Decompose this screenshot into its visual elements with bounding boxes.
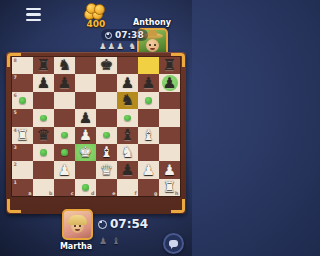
legal-move-dot[interactable] [19,97,26,104]
file-label: d [91,191,94,196]
blonde-hair [68,215,87,225]
square-a7[interactable]: 7 [12,74,33,91]
rank-label: 3 [14,145,17,150]
square-h5[interactable] [159,109,180,126]
black-piece-h8[interactable]: ♜ [159,57,180,74]
player-captured-pieces: ♟ ♝ [99,236,121,246]
legal-move-dot[interactable] [145,97,152,104]
legal-move-dot[interactable] [40,115,47,122]
square-c3[interactable] [54,144,75,161]
black-piece-f7[interactable]: ♟ [117,74,138,91]
player-avatar[interactable] [62,209,93,240]
white-piece-g4[interactable]: ♝ [138,127,159,144]
square-a3[interactable]: 3 [12,144,33,161]
file-label: a [28,191,31,196]
chess-board: 8♜♞♚♜7♟♟♟♟♟6♞5♟4♜♛♟♝♝3♚♝♞2♟♛♟♟♟1abcdefgh… [12,57,180,196]
square-f5[interactable] [117,109,138,126]
square-a4[interactable]: 4♜ [12,127,33,144]
square-g6[interactable] [138,92,159,109]
file-label: b [49,191,52,196]
rank-label: 7 [14,75,17,80]
square-f2[interactable]: ♟ [117,161,138,178]
white-piece-f3[interactable]: ♞ [117,144,138,161]
square-d7[interactable] [75,74,96,91]
white-piece-d4[interactable]: ♟ [75,127,96,144]
player-time-value: 07:54 [110,217,148,231]
square-h1[interactable]: h♜ [159,179,180,196]
opponent-time-value: 07:38 [115,30,144,40]
square-c1[interactable]: c [54,179,75,196]
file-label: e [112,191,115,196]
coins-icon[interactable] [83,3,109,20]
file-label: g [154,191,157,196]
coins-amount: 400 [74,19,118,29]
player-name: Martha [52,242,100,251]
square-g8[interactable] [138,57,159,74]
opponent-captured-pieces: ♟♟♟ ♞ [99,41,137,51]
square-h2[interactable]: ♟ [159,161,180,178]
square-b1[interactable]: b [33,179,54,196]
square-d8[interactable] [75,57,96,74]
square-h3[interactable] [159,144,180,161]
square-f4[interactable]: ♝ [117,127,138,144]
square-c5[interactable] [54,109,75,126]
white-piece-h1[interactable]: ♜ [159,179,180,196]
square-e8[interactable]: ♚ [96,57,117,74]
square-g5[interactable] [138,109,159,126]
square-f1[interactable]: f [117,179,138,196]
rank-label: 6 [14,93,17,98]
black-piece-f6[interactable]: ♞ [117,92,138,109]
chat-button[interactable] [163,233,184,254]
white-piece-d3[interactable]: ♚ [75,144,96,161]
square-e3[interactable]: ♝ [96,144,117,161]
square-e4[interactable] [96,127,117,144]
square-d1[interactable]: d [75,179,96,196]
chat-bubble-icon [169,240,178,247]
menu-icon[interactable] [26,8,41,21]
square-h6[interactable] [159,92,180,109]
avatar-face [146,39,159,52]
black-piece-e8[interactable]: ♚ [96,57,117,74]
square-g4[interactable]: ♝ [138,127,159,144]
square-e1[interactable]: e [96,179,117,196]
square-g3[interactable] [138,144,159,161]
square-d6[interactable] [75,92,96,109]
square-g7[interactable]: ♟ [138,74,159,91]
white-piece-e2[interactable]: ♛ [96,161,117,178]
square-h4[interactable] [159,127,180,144]
black-piece-f2[interactable]: ♟ [117,161,138,178]
legal-move-dot[interactable] [124,115,131,122]
black-piece-b7[interactable]: ♟ [33,74,54,91]
legal-move-dot[interactable] [82,184,89,191]
white-piece-e3[interactable]: ♝ [96,144,117,161]
square-a6[interactable]: 6 [12,92,33,109]
rank-label: 1 [14,180,17,185]
square-b7[interactable]: ♟ [33,74,54,91]
square-d2[interactable] [75,161,96,178]
square-h8[interactable]: ♜ [159,57,180,74]
corner-bracket [7,199,21,213]
legal-move-dot[interactable] [40,149,47,156]
square-a1[interactable]: 1a [12,179,33,196]
square-a5[interactable]: 5 [12,109,33,126]
square-b5[interactable] [33,109,54,126]
square-c6[interactable] [54,92,75,109]
clock-icon [98,220,107,229]
square-e2[interactable]: ♛ [96,161,117,178]
opponent-name: Anthony [128,18,176,27]
file-label: c [71,191,74,196]
square-f3[interactable]: ♞ [117,144,138,161]
black-piece-b4[interactable]: ♛ [33,127,54,144]
corner-bracket [171,199,185,213]
black-piece-c8[interactable]: ♞ [54,57,75,74]
square-c2[interactable]: ♟ [54,161,75,178]
square-g2[interactable]: ♟ [138,161,159,178]
chess-board-frame: 8♜♞♚♜7♟♟♟♟♟6♞5♟4♜♛♟♝♝3♚♝♞2♟♛♟♟♟1abcdefgh… [6,52,186,214]
white-piece-a4[interactable]: ♜ [12,127,33,144]
square-d5[interactable]: ♟ [75,109,96,126]
square-a2[interactable]: 2 [12,161,33,178]
square-e7[interactable] [96,74,117,91]
black-piece-b8[interactable]: ♜ [33,57,54,74]
square-g1[interactable]: g [138,179,159,196]
square-e5[interactable] [96,109,117,126]
rank-label: 8 [14,58,17,63]
legal-move-dot[interactable] [61,132,68,139]
square-f6[interactable]: ♞ [117,92,138,109]
square-h7[interactable]: ♟ [159,74,180,91]
white-piece-c2[interactable]: ♟ [54,161,75,178]
white-piece-g2[interactable]: ♟ [138,161,159,178]
square-c8[interactable]: ♞ [54,57,75,74]
rank-label: 5 [14,110,17,115]
square-e6[interactable] [96,92,117,109]
black-piece-f4[interactable]: ♝ [117,127,138,144]
black-piece-d5[interactable]: ♟ [75,109,96,126]
legal-move-dot[interactable] [61,149,68,156]
square-b2[interactable] [33,161,54,178]
rank-label: 2 [14,162,17,167]
black-piece-h7[interactable]: ♟ [159,74,180,91]
square-c4[interactable] [54,127,75,144]
square-a8[interactable]: 8 [12,57,33,74]
square-f7[interactable]: ♟ [117,74,138,91]
black-piece-c7[interactable]: ♟ [54,74,75,91]
square-d4[interactable]: ♟ [75,127,96,144]
square-b3[interactable] [33,144,54,161]
square-b6[interactable] [33,92,54,109]
legal-move-dot[interactable] [103,132,110,139]
black-piece-g7[interactable]: ♟ [138,74,159,91]
file-label: f [134,191,136,196]
square-b8[interactable]: ♜ [33,57,54,74]
opponent-timer: 07:38 [101,29,148,41]
square-f8[interactable] [117,57,138,74]
player-timer: 07:54 [98,217,148,231]
square-d3[interactable]: ♚ [75,144,96,161]
clock-icon [105,32,112,39]
white-piece-h2[interactable]: ♟ [159,161,180,178]
square-c7[interactable]: ♟ [54,74,75,91]
square-b4[interactable]: ♛ [33,127,54,144]
